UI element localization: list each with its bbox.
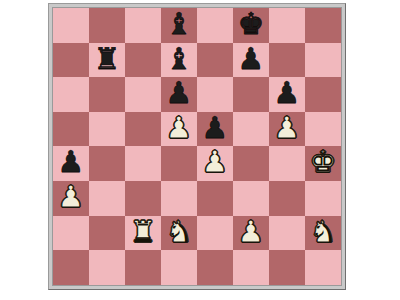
square-h5[interactable] xyxy=(305,112,341,147)
square-a2[interactable] xyxy=(53,216,89,251)
square-f8[interactable]: ♚ xyxy=(233,8,269,43)
square-f3[interactable] xyxy=(233,181,269,216)
square-c6[interactable] xyxy=(125,77,161,112)
square-h8[interactable] xyxy=(305,8,341,43)
square-c1[interactable] xyxy=(125,250,161,285)
square-c7[interactable] xyxy=(125,43,161,78)
piece-black-pawn[interactable]: ♟ xyxy=(58,146,85,180)
square-d5[interactable]: ♟ xyxy=(161,112,197,147)
square-a3[interactable]: ♟ xyxy=(53,181,89,216)
piece-white-pawn[interactable]: ♟ xyxy=(166,112,193,146)
square-f7[interactable]: ♟ xyxy=(233,43,269,78)
square-e8[interactable] xyxy=(197,8,233,43)
square-a1[interactable] xyxy=(53,250,89,285)
square-b4[interactable] xyxy=(89,146,125,181)
square-h3[interactable] xyxy=(305,181,341,216)
piece-black-rook[interactable]: ♜ xyxy=(94,43,121,77)
piece-white-pawn[interactable]: ♟ xyxy=(202,146,229,180)
square-b1[interactable] xyxy=(89,250,125,285)
piece-black-pawn[interactable]: ♟ xyxy=(274,77,301,111)
square-h4[interactable]: ♚ xyxy=(305,146,341,181)
square-g2[interactable] xyxy=(269,216,305,251)
square-e4[interactable]: ♟ xyxy=(197,146,233,181)
piece-white-rook[interactable]: ♜ xyxy=(130,216,157,250)
square-e3[interactable] xyxy=(197,181,233,216)
square-h6[interactable] xyxy=(305,77,341,112)
page: ♝♚♜♝♟♟♟♟♟♟♟♟♚♟♜♞♟♞ xyxy=(0,0,400,300)
square-b6[interactable] xyxy=(89,77,125,112)
square-d2[interactable]: ♞ xyxy=(161,216,197,251)
square-c3[interactable] xyxy=(125,181,161,216)
piece-black-bishop[interactable]: ♝ xyxy=(166,8,193,42)
square-e5[interactable]: ♟ xyxy=(197,112,233,147)
square-d1[interactable] xyxy=(161,250,197,285)
square-d6[interactable]: ♟ xyxy=(161,77,197,112)
square-e2[interactable] xyxy=(197,216,233,251)
square-f2[interactable]: ♟ xyxy=(233,216,269,251)
square-h2[interactable]: ♞ xyxy=(305,216,341,251)
board-frame: ♝♚♜♝♟♟♟♟♟♟♟♟♚♟♜♞♟♞ xyxy=(48,3,346,290)
square-b5[interactable] xyxy=(89,112,125,147)
square-d4[interactable] xyxy=(161,146,197,181)
piece-white-pawn[interactable]: ♟ xyxy=(274,112,301,146)
chessboard: ♝♚♜♝♟♟♟♟♟♟♟♟♚♟♜♞♟♞ xyxy=(52,7,342,286)
piece-black-bishop[interactable]: ♝ xyxy=(166,43,193,77)
piece-white-pawn[interactable]: ♟ xyxy=(238,216,265,250)
square-c2[interactable]: ♜ xyxy=(125,216,161,251)
square-g3[interactable] xyxy=(269,181,305,216)
square-h1[interactable] xyxy=(305,250,341,285)
square-b7[interactable]: ♜ xyxy=(89,43,125,78)
piece-black-king[interactable]: ♚ xyxy=(238,8,265,42)
square-b3[interactable] xyxy=(89,181,125,216)
square-c4[interactable] xyxy=(125,146,161,181)
square-d8[interactable]: ♝ xyxy=(161,8,197,43)
piece-white-knight[interactable]: ♞ xyxy=(310,216,337,250)
square-c8[interactable] xyxy=(125,8,161,43)
square-b8[interactable] xyxy=(89,8,125,43)
piece-black-pawn[interactable]: ♟ xyxy=(202,112,229,146)
piece-white-pawn[interactable]: ♟ xyxy=(58,181,85,215)
square-g5[interactable]: ♟ xyxy=(269,112,305,147)
square-g4[interactable] xyxy=(269,146,305,181)
square-e6[interactable] xyxy=(197,77,233,112)
square-b2[interactable] xyxy=(89,216,125,251)
square-a8[interactable] xyxy=(53,8,89,43)
piece-white-knight[interactable]: ♞ xyxy=(166,216,193,250)
piece-white-king[interactable]: ♚ xyxy=(310,146,337,180)
square-g6[interactable]: ♟ xyxy=(269,77,305,112)
square-h7[interactable] xyxy=(305,43,341,78)
square-e7[interactable] xyxy=(197,43,233,78)
square-f6[interactable] xyxy=(233,77,269,112)
piece-black-pawn[interactable]: ♟ xyxy=(166,77,193,111)
square-g8[interactable] xyxy=(269,8,305,43)
square-e1[interactable] xyxy=(197,250,233,285)
square-d3[interactable] xyxy=(161,181,197,216)
square-g7[interactable] xyxy=(269,43,305,78)
square-a4[interactable]: ♟ xyxy=(53,146,89,181)
square-a7[interactable] xyxy=(53,43,89,78)
square-a5[interactable] xyxy=(53,112,89,147)
square-d7[interactable]: ♝ xyxy=(161,43,197,78)
square-c5[interactable] xyxy=(125,112,161,147)
square-f4[interactable] xyxy=(233,146,269,181)
square-f5[interactable] xyxy=(233,112,269,147)
square-g1[interactable] xyxy=(269,250,305,285)
piece-black-pawn[interactable]: ♟ xyxy=(238,43,265,77)
square-f1[interactable] xyxy=(233,250,269,285)
square-a6[interactable] xyxy=(53,77,89,112)
